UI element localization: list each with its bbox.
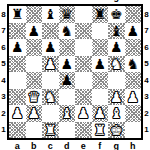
black-knight-icon: ♞: [126, 57, 139, 71]
white-pawn-icon: ♟: [11, 106, 24, 120]
square-b5[interactable]: [26, 56, 43, 73]
rank-label-5: 5: [143, 56, 150, 73]
rank-label-1: 1: [0, 122, 7, 139]
square-h1[interactable]: [125, 122, 142, 139]
black-pawn-icon: ♟: [126, 24, 139, 38]
rank-label-2: 2: [0, 105, 7, 122]
file-label-h: h: [125, 0, 142, 3]
square-c6[interactable]: ♟: [42, 39, 59, 56]
square-d6[interactable]: [59, 39, 76, 56]
black-pawn-icon: ♟: [11, 40, 24, 54]
white-rook-icon: ♜: [93, 123, 106, 137]
rank-labels-right: 87654321: [143, 6, 150, 138]
square-h6[interactable]: [125, 39, 142, 56]
file-label-f: f: [92, 141, 109, 150]
square-d5[interactable]: ♟: [59, 56, 76, 73]
black-pawn-icon: ♟: [27, 24, 40, 38]
white-knight-icon: ♞: [110, 57, 123, 71]
rank-label-6: 6: [0, 39, 7, 56]
file-label-h: h: [125, 141, 142, 150]
square-f4[interactable]: [92, 72, 109, 89]
rank-label-5: 5: [0, 56, 7, 73]
square-d7[interactable]: ♞: [59, 23, 76, 40]
file-label-f: f: [92, 0, 109, 3]
file-label-g: g: [108, 0, 125, 3]
square-f8[interactable]: ♜: [92, 6, 109, 23]
black-bishop-icon: ♝: [110, 24, 123, 38]
black-pawn-icon: ♟: [60, 73, 73, 87]
file-label-a: a: [9, 141, 26, 150]
square-b4[interactable]: [26, 72, 43, 89]
rank-label-4: 4: [143, 72, 150, 89]
white-pawn-icon: ♟: [77, 106, 90, 120]
square-f6[interactable]: [92, 39, 109, 56]
file-label-d: d: [59, 141, 76, 150]
white-pawn-icon: ♟: [27, 106, 40, 120]
square-b7[interactable]: ♟: [26, 23, 43, 40]
square-b3[interactable]: ♛: [26, 89, 43, 106]
square-a4[interactable]: [9, 72, 26, 89]
chess-diagram: abcdefgh 87654321 ♜♝♛♜♚♟♞♝♟♟♟♟♟♟♟♞♞♟♛♞♟♟…: [0, 0, 150, 150]
square-h7[interactable]: ♟: [125, 23, 142, 40]
white-knight-icon: ♞: [44, 90, 57, 104]
square-d1[interactable]: [59, 122, 76, 139]
square-f3[interactable]: [92, 89, 109, 106]
file-label-a: a: [9, 0, 26, 3]
rank-label-3: 3: [143, 89, 150, 106]
file-label-e: e: [75, 141, 92, 150]
white-king-icon: ♚: [110, 123, 123, 137]
white-bishop-icon: ♝: [60, 106, 73, 120]
square-h4[interactable]: [125, 72, 142, 89]
square-g4[interactable]: [108, 72, 125, 89]
rank-label-7: 7: [143, 23, 150, 40]
file-labels-top-cropped: abcdefgh: [9, 0, 141, 3]
square-g1[interactable]: ♚: [108, 122, 125, 139]
square-g3[interactable]: ♟: [108, 89, 125, 106]
rank-label-4: 4: [0, 72, 7, 89]
rank-label-8: 8: [0, 6, 7, 23]
file-label-b: b: [26, 141, 43, 150]
rank-label-8: 8: [143, 6, 150, 23]
black-rook-icon: ♜: [93, 7, 106, 21]
black-bishop-icon: ♝: [44, 7, 57, 21]
square-f7[interactable]: [92, 23, 109, 40]
square-a8[interactable]: ♜: [9, 6, 26, 23]
black-queen-icon: ♛: [60, 7, 73, 21]
file-label-d: d: [59, 0, 76, 3]
square-b2[interactable]: ♟: [26, 105, 43, 122]
square-b8[interactable]: [26, 6, 43, 23]
square-d3[interactable]: [59, 89, 76, 106]
square-h3[interactable]: ♟: [125, 89, 142, 106]
square-d4[interactable]: ♟: [59, 72, 76, 89]
square-c5[interactable]: ♟: [42, 56, 59, 73]
black-rook-icon: ♜: [11, 7, 24, 21]
white-pawn-icon: ♟: [126, 90, 139, 104]
square-g8[interactable]: ♚: [108, 6, 125, 23]
square-e6[interactable]: [75, 39, 92, 56]
square-e7[interactable]: [75, 23, 92, 40]
rank-labels-left: 87654321: [0, 6, 7, 138]
square-b6[interactable]: [26, 39, 43, 56]
square-a7[interactable]: [9, 23, 26, 40]
square-e2[interactable]: ♟: [75, 105, 92, 122]
black-king-icon: ♚: [110, 7, 123, 21]
black-knight-icon: ♞: [60, 24, 73, 38]
square-e5[interactable]: [75, 56, 92, 73]
square-b1[interactable]: [26, 122, 43, 139]
square-g6[interactable]: ♟: [108, 39, 125, 56]
square-e4[interactable]: [75, 72, 92, 89]
square-a6[interactable]: ♟: [9, 39, 26, 56]
rank-label-1: 1: [143, 122, 150, 139]
file-label-c: c: [42, 0, 59, 3]
square-h8[interactable]: [125, 6, 142, 23]
square-g5[interactable]: ♞: [108, 56, 125, 73]
white-rook-icon: ♜: [44, 123, 57, 137]
square-f1[interactable]: ♜: [92, 122, 109, 139]
file-label-b: b: [26, 0, 43, 3]
white-pawn-icon: ♟: [93, 106, 106, 120]
square-f5[interactable]: ♟: [92, 56, 109, 73]
square-c1[interactable]: ♜: [42, 122, 59, 139]
rank-label-2: 2: [143, 105, 150, 122]
square-e3[interactable]: [75, 89, 92, 106]
square-c7[interactable]: [42, 23, 59, 40]
square-f2[interactable]: ♟: [92, 105, 109, 122]
white-queen-icon: ♛: [27, 90, 40, 104]
square-c2[interactable]: [42, 105, 59, 122]
square-g2[interactable]: ♝: [108, 105, 125, 122]
black-pawn-icon: ♟: [60, 57, 73, 71]
black-pawn-icon: ♟: [110, 40, 123, 54]
square-e8[interactable]: [75, 6, 92, 23]
square-a3[interactable]: [9, 89, 26, 106]
file-label-c: c: [42, 141, 59, 150]
white-pawn-icon: ♟: [110, 90, 123, 104]
rank-label-7: 7: [0, 23, 7, 40]
rank-label-6: 6: [143, 39, 150, 56]
white-bishop-icon: ♝: [110, 106, 123, 120]
black-pawn-icon: ♟: [44, 40, 57, 54]
white-pawn-icon: ♟: [44, 57, 57, 71]
board: ♜♝♛♜♚♟♞♝♟♟♟♟♟♟♟♞♞♟♛♞♟♟♟♟♝♟♟♝♜♜♚: [7, 4, 143, 140]
square-c8[interactable]: ♝: [42, 6, 59, 23]
square-e1[interactable]: [75, 122, 92, 139]
square-d8[interactable]: ♛: [59, 6, 76, 23]
square-a1[interactable]: [9, 122, 26, 139]
file-label-g: g: [108, 141, 125, 150]
square-c4[interactable]: [42, 72, 59, 89]
square-a2[interactable]: ♟: [9, 105, 26, 122]
rank-label-3: 3: [0, 89, 7, 106]
square-h2[interactable]: [125, 105, 142, 122]
square-h5[interactable]: ♞: [125, 56, 142, 73]
square-g7[interactable]: ♝: [108, 23, 125, 40]
square-c3[interactable]: ♞: [42, 89, 59, 106]
file-labels-bottom: abcdefgh: [9, 141, 141, 150]
square-d2[interactable]: ♝: [59, 105, 76, 122]
file-label-e: e: [75, 0, 92, 3]
square-a5[interactable]: [9, 56, 26, 73]
black-pawn-icon: ♟: [93, 57, 106, 71]
